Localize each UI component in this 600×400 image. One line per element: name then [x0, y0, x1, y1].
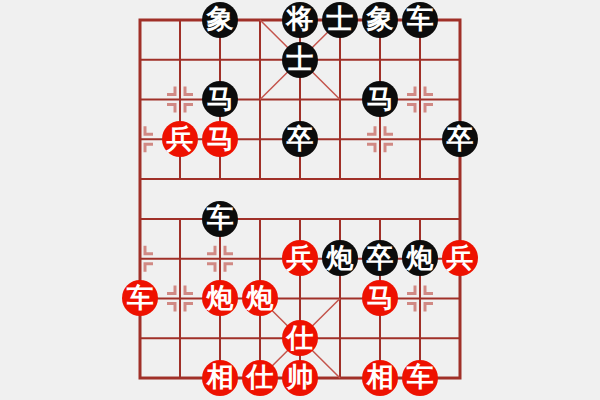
point-h8[interactable]: [400, 318, 440, 358]
piece-glyph: 炮: [247, 285, 274, 312]
point-d9[interactable]: 仕: [240, 358, 280, 398]
piece-glyph: 士: [287, 46, 314, 73]
point-g3[interactable]: [360, 119, 400, 159]
piece-glyph: 相: [367, 364, 394, 391]
point-f7[interactable]: [320, 278, 360, 318]
point-a7[interactable]: 车: [120, 278, 160, 318]
piece-red-cannon[interactable]: 炮: [242, 280, 278, 316]
point-h2[interactable]: [400, 80, 440, 120]
piece-black-soldier[interactable]: 卒: [442, 121, 478, 157]
piece-black-elephant[interactable]: 象: [362, 2, 398, 38]
point-b8[interactable]: [160, 318, 200, 358]
piece-red-chariot[interactable]: 车: [402, 360, 438, 396]
point-c8[interactable]: [200, 318, 240, 358]
point-h7[interactable]: [400, 278, 440, 318]
point-f8[interactable]: [320, 318, 360, 358]
point-i2[interactable]: [440, 80, 480, 120]
point-d1[interactable]: [240, 40, 280, 80]
piece-glyph: 相: [207, 364, 234, 391]
piece-glyph: 马: [367, 285, 394, 312]
point-c9[interactable]: 相: [200, 358, 240, 398]
point-g7[interactable]: 马: [360, 278, 400, 318]
point-e1[interactable]: 士: [280, 40, 320, 80]
piece-red-soldier[interactable]: 兵: [282, 240, 318, 276]
point-i6[interactable]: 兵: [440, 239, 480, 279]
point-b4[interactable]: [160, 159, 200, 199]
point-b0[interactable]: [160, 0, 200, 40]
point-f9[interactable]: [320, 358, 360, 398]
point-d4[interactable]: [240, 159, 280, 199]
point-i9[interactable]: [440, 358, 480, 398]
point-a1[interactable]: [120, 40, 160, 80]
point-a3[interactable]: [120, 119, 160, 159]
point-g2[interactable]: 马: [360, 80, 400, 120]
piece-black-soldier[interactable]: 卒: [362, 240, 398, 276]
point-d8[interactable]: [240, 318, 280, 358]
piece-red-elephant[interactable]: 相: [362, 360, 398, 396]
piece-black-advisor[interactable]: 士: [282, 42, 318, 78]
point-f3[interactable]: [320, 119, 360, 159]
point-d3[interactable]: [240, 119, 280, 159]
point-i4[interactable]: [440, 159, 480, 199]
point-c4[interactable]: [200, 159, 240, 199]
point-h1[interactable]: [400, 40, 440, 80]
piece-red-advisor[interactable]: 仕: [242, 360, 278, 396]
piece-glyph: 仕: [287, 325, 314, 352]
piece-glyph: 象: [367, 6, 394, 33]
point-h3[interactable]: [400, 119, 440, 159]
point-g1[interactable]: [360, 40, 400, 80]
point-e2[interactable]: [280, 80, 320, 120]
point-c1[interactable]: [200, 40, 240, 80]
piece-glyph: 仕: [247, 364, 274, 391]
piece-glyph: 兵: [447, 245, 474, 272]
piece-black-soldier[interactable]: 卒: [282, 121, 318, 157]
piece-glyph: 卒: [367, 245, 394, 272]
point-b5[interactable]: [160, 199, 200, 239]
point-a8[interactable]: [120, 318, 160, 358]
piece-red-soldier[interactable]: 兵: [162, 121, 198, 157]
point-f4[interactable]: [320, 159, 360, 199]
point-f6[interactable]: 炮: [320, 239, 360, 279]
point-g6[interactable]: 卒: [360, 239, 400, 279]
piece-black-general[interactable]: 将: [282, 2, 318, 38]
point-e9[interactable]: 帅: [280, 358, 320, 398]
point-b2[interactable]: [160, 80, 200, 120]
point-e4[interactable]: [280, 159, 320, 199]
piece-glyph: 马: [367, 86, 394, 113]
point-c6[interactable]: [200, 239, 240, 279]
point-c3[interactable]: 马: [200, 119, 240, 159]
point-h6[interactable]: 炮: [400, 239, 440, 279]
point-a4[interactable]: [120, 159, 160, 199]
point-f0[interactable]: 士: [320, 0, 360, 40]
piece-glyph: 卒: [287, 126, 314, 153]
point-h0[interactable]: 车: [400, 0, 440, 40]
point-g4[interactable]: [360, 159, 400, 199]
point-h4[interactable]: [400, 159, 440, 199]
point-b6[interactable]: [160, 239, 200, 279]
point-g0[interactable]: 象: [360, 0, 400, 40]
point-g9[interactable]: 相: [360, 358, 400, 398]
point-i1[interactable]: [440, 40, 480, 80]
piece-glyph: 炮: [207, 285, 234, 312]
piece-red-general[interactable]: 帅: [282, 360, 318, 396]
piece-glyph: 帅: [287, 364, 314, 391]
xiangqi-board-screen: 象将士象车士马马兵马卒卒车兵炮卒炮兵车炮炮马仕相仕帅相车: [0, 0, 600, 400]
point-a2[interactable]: [120, 80, 160, 120]
piece-black-advisor[interactable]: 士: [322, 2, 358, 38]
piece-glyph: 士: [327, 6, 354, 33]
point-h5[interactable]: [400, 199, 440, 239]
point-i0[interactable]: [440, 0, 480, 40]
point-a0[interactable]: [120, 0, 160, 40]
point-b7[interactable]: [160, 278, 200, 318]
point-c0[interactable]: 象: [200, 0, 240, 40]
point-f2[interactable]: [320, 80, 360, 120]
point-a9[interactable]: [120, 358, 160, 398]
point-b3[interactable]: 兵: [160, 119, 200, 159]
piece-black-horse[interactable]: 马: [202, 81, 238, 117]
piece-red-advisor[interactable]: 仕: [282, 320, 318, 356]
point-g5[interactable]: [360, 199, 400, 239]
point-d5[interactable]: [240, 199, 280, 239]
point-c2[interactable]: 马: [200, 80, 240, 120]
point-e5[interactable]: [280, 199, 320, 239]
point-d2[interactable]: [240, 80, 280, 120]
point-a6[interactable]: [120, 239, 160, 279]
piece-black-cannon[interactable]: 炮: [402, 240, 438, 276]
point-i5[interactable]: [440, 199, 480, 239]
piece-glyph: 车: [127, 285, 154, 312]
piece-glyph: 兵: [167, 126, 194, 153]
piece-glyph: 兵: [287, 245, 314, 272]
point-e8[interactable]: 仕: [280, 318, 320, 358]
point-h9[interactable]: 车: [400, 358, 440, 398]
point-e0[interactable]: 将: [280, 0, 320, 40]
piece-glyph: 将: [287, 6, 314, 33]
piece-glyph: 象: [207, 6, 234, 33]
point-b1[interactable]: [160, 40, 200, 80]
point-b9[interactable]: [160, 358, 200, 398]
point-c7[interactable]: 炮: [200, 278, 240, 318]
piece-black-chariot[interactable]: 车: [402, 2, 438, 38]
piece-black-elephant[interactable]: 象: [202, 2, 238, 38]
point-d7[interactable]: 炮: [240, 278, 280, 318]
point-i8[interactable]: [440, 318, 480, 358]
piece-glyph: 卒: [447, 126, 474, 153]
point-d0[interactable]: [240, 0, 280, 40]
point-d6[interactable]: [240, 239, 280, 279]
piece-glyph: 炮: [327, 245, 354, 272]
piece-red-horse[interactable]: 马: [202, 121, 238, 157]
point-e3[interactable]: 卒: [280, 119, 320, 159]
piece-black-cannon[interactable]: 炮: [322, 240, 358, 276]
piece-glyph: 马: [207, 126, 234, 153]
piece-red-horse[interactable]: 马: [362, 280, 398, 316]
point-f1[interactable]: [320, 40, 360, 80]
point-c5[interactable]: 车: [200, 199, 240, 239]
piece-red-elephant[interactable]: 相: [202, 360, 238, 396]
point-f5[interactable]: [320, 199, 360, 239]
point-e6[interactable]: 兵: [280, 239, 320, 279]
point-e7[interactable]: [280, 278, 320, 318]
piece-glyph: 炮: [407, 245, 434, 272]
point-g8[interactable]: [360, 318, 400, 358]
piece-red-chariot[interactable]: 车: [122, 280, 158, 316]
piece-glyph: 车: [407, 6, 434, 33]
point-a5[interactable]: [120, 199, 160, 239]
piece-glyph: 车: [407, 364, 434, 391]
piece-glyph: 马: [207, 86, 234, 113]
piece-black-horse[interactable]: 马: [362, 81, 398, 117]
point-i7[interactable]: [440, 278, 480, 318]
piece-glyph: 车: [207, 205, 234, 232]
piece-black-chariot[interactable]: 车: [202, 201, 238, 237]
xiangqi-board: 象将士象车士马马兵马卒卒车兵炮卒炮兵车炮炮马仕相仕帅相车: [120, 0, 480, 398]
piece-red-soldier[interactable]: 兵: [442, 240, 478, 276]
piece-red-cannon[interactable]: 炮: [202, 280, 238, 316]
point-i3[interactable]: 卒: [440, 119, 480, 159]
